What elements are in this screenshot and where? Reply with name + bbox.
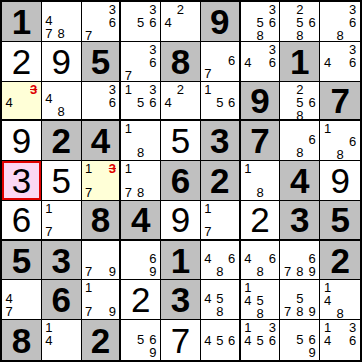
- eliminated-candidate-3: 3: [28, 83, 40, 96]
- candidate-8: 8: [294, 146, 306, 159]
- entered-digit: 9: [320, 161, 360, 200]
- given-digit: 2: [320, 241, 360, 280]
- candidate-8: 8: [55, 105, 67, 118]
- cell-r6c9[interactable]: 5: [320, 201, 360, 241]
- candidate-7: 7: [202, 225, 214, 238]
- cell-r4c8[interactable]: 68: [280, 121, 320, 161]
- candidate-5: 5: [294, 96, 306, 109]
- cell-r7c5[interactable]: 1: [161, 241, 201, 281]
- cell-r9c8[interactable]: 569: [280, 320, 320, 360]
- candidate-grid: 68: [280, 121, 319, 160]
- given-digit: 1: [161, 241, 200, 280]
- candidate-grid: 148: [320, 280, 360, 319]
- candidate-grid: 156: [201, 82, 239, 120]
- candidate-4: 4: [321, 294, 334, 307]
- candidate-8: 8: [294, 265, 306, 278]
- candidate-6: 6: [306, 133, 318, 146]
- candidate-grid: 367: [121, 42, 160, 81]
- candidate-3: 3: [106, 83, 118, 96]
- entered-digit: 5: [161, 121, 200, 160]
- candidate-grid: 368: [320, 2, 360, 41]
- candidate-9: 9: [106, 265, 118, 278]
- candidate-grid: 1458: [241, 280, 280, 319]
- candidate-grid: 18: [121, 121, 160, 160]
- entered-digit: 3: [2, 161, 41, 200]
- given-digit: 2: [82, 320, 120, 360]
- candidate-8: 8: [294, 305, 306, 318]
- entered-digit: 9: [42, 42, 81, 81]
- candidate-grid: 367: [82, 2, 120, 41]
- candidate-6: 6: [147, 16, 159, 29]
- candidate-grid: 34: [2, 82, 41, 120]
- cell-r6c3[interactable]: 8: [82, 201, 122, 241]
- candidate-7: 7: [83, 265, 95, 278]
- candidate-4: 4: [242, 56, 254, 69]
- candidate-8: 8: [334, 29, 347, 42]
- candidate-grid: 5789: [280, 280, 319, 319]
- cell-r1c8[interactable]: 2568: [280, 2, 320, 42]
- candidate-1: 1: [122, 162, 134, 175]
- cell-r3c8[interactable]: 2568: [280, 82, 320, 122]
- candidate-grid: 458: [201, 280, 239, 319]
- cell-r6c2[interactable]: 17: [42, 201, 82, 241]
- candidate-7: 7: [83, 305, 95, 318]
- cell-r8c2[interactable]: 6: [42, 280, 82, 320]
- candidate-6: 6: [306, 16, 318, 29]
- candidate-grid: 468: [241, 241, 280, 280]
- candidate-grid: 6789: [280, 241, 319, 280]
- cell-r8c3[interactable]: 179: [82, 280, 122, 320]
- cell-r5c3[interactable]: 137: [82, 161, 122, 201]
- candidate-7: 7: [202, 67, 214, 80]
- cell-r2c7[interactable]: 346: [241, 42, 281, 82]
- candidate-6: 6: [226, 54, 238, 67]
- candidate-grid: 168: [320, 121, 360, 160]
- cell-r3c2[interactable]: 48: [42, 82, 82, 122]
- candidate-grid: 14: [42, 320, 81, 360]
- candidate-1: 1: [122, 83, 134, 96]
- cell-r3c5[interactable]: 24: [161, 82, 201, 122]
- cell-r1c6[interactable]: 9: [201, 2, 241, 42]
- candidate-9: 9: [106, 305, 118, 318]
- candidate-1: 1: [122, 122, 134, 135]
- cell-r9c1[interactable]: 8: [2, 320, 42, 360]
- candidate-grid: 24: [161, 82, 200, 120]
- cell-r6c8[interactable]: 3: [280, 201, 320, 241]
- candidate-8: 8: [254, 29, 266, 42]
- candidate-grid: 1346: [320, 320, 360, 360]
- candidate-4: 4: [321, 334, 334, 347]
- given-digit: 3: [201, 121, 239, 160]
- candidate-8: 8: [254, 186, 266, 199]
- candidate-grid: 48: [42, 82, 81, 120]
- cell-r3c6[interactable]: 156: [201, 82, 241, 122]
- given-digit: 2: [42, 121, 81, 160]
- candidate-6: 6: [266, 334, 278, 347]
- candidate-5: 5: [135, 16, 147, 29]
- cell-r1c9[interactable]: 368: [320, 2, 360, 42]
- cell-r2c9[interactable]: 346: [320, 42, 360, 82]
- given-digit: 3: [280, 201, 319, 239]
- candidate-4: 4: [242, 252, 254, 265]
- candidate-4: 4: [162, 96, 174, 109]
- candidate-8: 8: [135, 186, 147, 199]
- cell-r9c2[interactable]: 14: [42, 320, 82, 360]
- candidate-9: 9: [147, 265, 159, 278]
- cell-r1c2[interactable]: 478: [42, 2, 82, 42]
- candidate-8: 8: [294, 109, 306, 122]
- candidate-grid: 346: [241, 42, 280, 81]
- candidate-9: 9: [147, 346, 159, 359]
- given-digit: 5: [320, 201, 360, 239]
- candidate-4: 4: [43, 92, 55, 105]
- entered-digit: 7: [161, 320, 200, 360]
- candidate-1: 1: [43, 202, 55, 215]
- cell-r2c1[interactable]: 2: [2, 42, 42, 82]
- cell-r6c5[interactable]: 9: [161, 201, 201, 241]
- given-digit: 3: [161, 280, 200, 319]
- candidate-7: 7: [122, 186, 134, 199]
- cell-r6c7[interactable]: 2: [241, 201, 281, 241]
- cell-r2c5[interactable]: 8: [161, 42, 201, 82]
- cell-r9c9[interactable]: 1346: [320, 320, 360, 360]
- candidate-6: 6: [306, 96, 318, 109]
- cell-r4c2[interactable]: 2: [42, 121, 82, 161]
- given-digit: 9: [241, 82, 280, 120]
- candidate-4: 4: [321, 56, 334, 69]
- candidate-grid: 478: [42, 2, 81, 41]
- cell-r8c9[interactable]: 148: [320, 280, 360, 320]
- cell-r4c1[interactable]: 9: [2, 121, 42, 161]
- candidate-7: 7: [83, 186, 95, 199]
- candidate-6: 6: [346, 334, 359, 347]
- cell-r7c8[interactable]: 6789: [280, 241, 320, 281]
- candidate-8: 8: [254, 265, 266, 278]
- cell-r7c1[interactable]: 5: [2, 241, 42, 281]
- given-digit: 2: [201, 161, 239, 200]
- candidate-7: 7: [3, 305, 15, 318]
- candidate-5: 5: [214, 96, 226, 109]
- candidate-1: 1: [83, 281, 95, 294]
- candidate-1: 1: [321, 122, 334, 135]
- candidate-7: 7: [281, 305, 293, 318]
- candidate-grid: 18: [241, 161, 280, 200]
- cell-r8c1[interactable]: 47: [2, 280, 42, 320]
- cell-r9c4[interactable]: 569: [121, 320, 161, 360]
- candidate-4: 4: [43, 14, 55, 27]
- given-digit: 9: [201, 2, 239, 41]
- candidate-8: 8: [294, 29, 306, 42]
- candidate-grid: 456: [201, 320, 239, 360]
- cell-r1c4[interactable]: 356: [121, 2, 161, 42]
- entered-digit: 9: [2, 121, 41, 160]
- candidate-grid: 1356: [121, 82, 160, 120]
- cell-r8c8[interactable]: 5789: [280, 280, 320, 320]
- candidate-5: 5: [254, 334, 266, 347]
- cell-r7c7[interactable]: 468: [241, 241, 281, 281]
- cell-r8c7[interactable]: 1458: [241, 280, 281, 320]
- cell-r6c6[interactable]: 17: [201, 201, 241, 241]
- candidate-6: 6: [266, 252, 278, 265]
- candidate-4: 4: [202, 292, 214, 305]
- candidate-grid: 67: [201, 42, 239, 81]
- cell-r9c3[interactable]: 2: [82, 320, 122, 360]
- cell-r4c5[interactable]: 5: [161, 121, 201, 161]
- cell-r7c4[interactable]: 69: [121, 241, 161, 281]
- cell-r4c6[interactable]: 3: [201, 121, 241, 161]
- given-digit: 4: [121, 201, 160, 239]
- candidate-8: 8: [55, 27, 67, 40]
- candidate-4: 4: [162, 16, 174, 29]
- given-digit: 7: [241, 121, 280, 160]
- candidate-grid: 2568: [280, 2, 319, 41]
- candidate-1: 1: [83, 162, 95, 175]
- candidate-7: 7: [281, 265, 293, 278]
- candidate-grid: 137: [82, 161, 120, 200]
- cell-r2c3[interactable]: 5: [82, 42, 122, 82]
- candidate-grid: 356: [121, 2, 160, 41]
- cell-r4c9[interactable]: 168: [320, 121, 360, 161]
- given-digit: 5: [82, 42, 120, 81]
- candidate-9: 9: [306, 265, 318, 278]
- cell-r6c1[interactable]: 6: [2, 201, 42, 241]
- given-digit: 4: [280, 161, 319, 200]
- candidate-1: 1: [242, 162, 254, 175]
- candidate-grid: 24: [161, 2, 200, 41]
- candidate-7: 7: [83, 29, 95, 42]
- cell-r5c6[interactable]: 2: [201, 161, 241, 201]
- cell-r3c7[interactable]: 9: [241, 82, 281, 122]
- cell-r5c8[interactable]: 4: [280, 161, 320, 201]
- candidate-6: 6: [346, 16, 359, 29]
- cell-r9c6[interactable]: 456: [201, 320, 241, 360]
- given-digit: 4: [82, 121, 120, 160]
- candidate-grid: 569: [280, 320, 319, 360]
- candidate-4: 4: [202, 334, 214, 347]
- given-digit: 6: [42, 280, 81, 319]
- cell-r2c4[interactable]: 367: [121, 42, 161, 82]
- candidate-grid: 13456: [241, 320, 280, 360]
- candidate-8: 8: [214, 305, 226, 318]
- entered-digit: 2: [121, 280, 160, 319]
- entered-digit: 9: [161, 201, 200, 239]
- cell-r5c4[interactable]: 178: [121, 161, 161, 201]
- candidate-grid: 2568: [280, 82, 319, 120]
- cell-r8c6[interactable]: 458: [201, 280, 241, 320]
- entered-digit: 5: [42, 161, 81, 200]
- given-digit: 8: [82, 201, 120, 239]
- candidate-grid: 179: [82, 280, 120, 319]
- candidate-2: 2: [174, 3, 186, 16]
- candidate-4: 4: [202, 252, 214, 265]
- candidate-grid: 3568: [241, 2, 280, 41]
- cell-r3c3[interactable]: 36: [82, 82, 122, 122]
- candidate-grid: 346: [320, 42, 360, 81]
- candidate-1: 1: [202, 202, 214, 215]
- candidate-grid: 17: [42, 201, 81, 239]
- cell-r4c4[interactable]: 18: [121, 121, 161, 161]
- candidate-grid: 178: [121, 161, 160, 200]
- cell-r3c9[interactable]: 7: [320, 82, 360, 122]
- cell-r1c3[interactable]: 367: [82, 2, 122, 42]
- cell-r5c7[interactable]: 18: [241, 161, 281, 201]
- cell-r8c5[interactable]: 3: [161, 280, 201, 320]
- candidate-6: 6: [226, 252, 238, 265]
- given-digit: 6: [161, 161, 200, 200]
- cell-r5c2[interactable]: 5: [42, 161, 82, 201]
- cell-r1c7[interactable]: 3568: [241, 2, 281, 42]
- candidate-3: 3: [147, 83, 159, 96]
- given-digit: 7: [320, 82, 360, 120]
- cell-r4c3[interactable]: 4: [82, 121, 122, 161]
- candidate-3: 3: [266, 43, 278, 56]
- candidate-6: 6: [147, 96, 159, 109]
- candidate-grid: 36: [82, 82, 120, 120]
- candidate-8: 8: [254, 307, 266, 320]
- candidate-8: 8: [334, 307, 347, 320]
- candidate-grid: 468: [201, 241, 239, 280]
- candidate-6: 6: [266, 56, 278, 69]
- cell-r1c1[interactable]: 1: [2, 2, 42, 42]
- candidate-6: 6: [226, 96, 238, 109]
- candidate-2: 2: [174, 83, 186, 96]
- candidate-grid: 79: [82, 241, 120, 280]
- cell-r7c6[interactable]: 468: [201, 241, 241, 281]
- candidate-8: 8: [214, 265, 226, 278]
- cell-r9c5[interactable]: 7: [161, 320, 201, 360]
- candidate-grid: 569: [121, 320, 160, 360]
- candidate-6: 6: [266, 16, 278, 29]
- cell-r7c9[interactable]: 2: [320, 241, 360, 281]
- candidate-9: 9: [306, 305, 318, 318]
- entered-digit: 2: [2, 42, 41, 81]
- candidate-7: 7: [43, 27, 55, 40]
- eliminated-candidate-3: 3: [106, 162, 118, 175]
- candidate-8: 8: [334, 148, 347, 161]
- candidate-4: 4: [242, 334, 254, 347]
- candidate-6: 6: [346, 56, 359, 69]
- candidate-4: 4: [43, 334, 55, 347]
- given-digit: 8: [2, 320, 41, 360]
- candidate-3: 3: [147, 43, 159, 56]
- cell-r7c2[interactable]: 3: [42, 241, 82, 281]
- cell-r5c1[interactable]: 3: [2, 161, 42, 201]
- cell-r8c4[interactable]: 2: [121, 280, 161, 320]
- candidate-8: 8: [135, 146, 147, 159]
- given-digit: 5: [2, 241, 41, 280]
- candidate-7: 7: [43, 225, 55, 238]
- candidate-5: 5: [135, 333, 147, 346]
- cell-r6c4[interactable]: 4: [121, 201, 161, 241]
- candidate-9: 9: [306, 346, 318, 359]
- cell-r4c7[interactable]: 7: [241, 121, 281, 161]
- candidate-6: 6: [106, 16, 118, 29]
- cell-r5c9[interactable]: 9: [320, 161, 360, 201]
- cell-r3c4[interactable]: 1356: [121, 82, 161, 122]
- sudoku-board: 1478367356249356825683682953678673461346…: [0, 0, 362, 362]
- candidate-grid: 69: [121, 241, 160, 280]
- cell-r2c6[interactable]: 67: [201, 42, 241, 82]
- candidate-grid: 17: [201, 201, 239, 239]
- entered-digit: 2: [241, 201, 280, 239]
- candidate-grid: 47: [2, 280, 41, 319]
- given-digit: 1: [280, 42, 319, 81]
- cell-r2c8[interactable]: 1: [280, 42, 320, 82]
- given-digit: 3: [42, 241, 81, 280]
- candidate-5: 5: [135, 96, 147, 109]
- entered-digit: 6: [2, 201, 41, 239]
- candidate-3: 3: [346, 43, 359, 56]
- cell-r1c5[interactable]: 24: [161, 2, 201, 42]
- cell-r2c2[interactable]: 9: [42, 42, 82, 82]
- cell-r9c7[interactable]: 13456: [241, 320, 281, 360]
- candidate-7: 7: [122, 69, 134, 82]
- candidate-6: 6: [226, 334, 238, 347]
- candidate-6: 6: [106, 96, 118, 109]
- given-digit: 1: [2, 2, 41, 41]
- candidate-5: 5: [294, 333, 306, 346]
- cell-r3c1[interactable]: 34: [2, 82, 42, 122]
- candidate-4: 4: [3, 96, 15, 109]
- candidate-6: 6: [346, 135, 359, 148]
- candidate-1: 1: [202, 83, 214, 96]
- candidate-5: 5: [214, 334, 226, 347]
- candidate-2: 2: [294, 83, 306, 96]
- cell-r5c5[interactable]: 6: [161, 161, 201, 201]
- given-digit: 8: [161, 42, 200, 81]
- candidate-6: 6: [147, 56, 159, 69]
- candidate-4: 4: [242, 294, 254, 307]
- cell-r7c3[interactable]: 79: [82, 241, 122, 281]
